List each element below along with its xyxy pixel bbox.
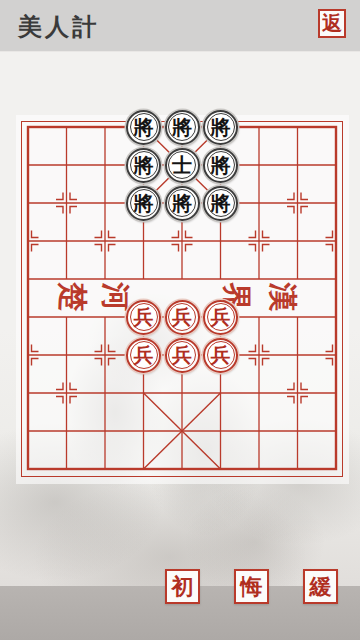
- piece-character: 士: [172, 155, 192, 175]
- piece-character: 將: [211, 155, 231, 175]
- piece-red-兵-r5c5[interactable]: 兵: [203, 300, 238, 335]
- piece-character: 將: [134, 155, 154, 175]
- piece-character: 將: [172, 117, 192, 137]
- piece-black-將-r1c3[interactable]: 將: [126, 148, 161, 183]
- piece-black-將-r2c5[interactable]: 將: [203, 186, 238, 221]
- back-button[interactable]: 返: [318, 9, 346, 38]
- page-title: 美人計: [18, 11, 99, 43]
- piece-character: 兵: [211, 345, 231, 365]
- piece-black-將-r2c4[interactable]: 將: [165, 186, 200, 221]
- piece-black-將-r0c5[interactable]: 將: [203, 110, 238, 145]
- piece-black-士-r1c4[interactable]: 士: [165, 148, 200, 183]
- restart-button[interactable]: 初: [165, 569, 200, 604]
- piece-red-兵-r6c4[interactable]: 兵: [165, 338, 200, 373]
- piece-character: 兵: [172, 307, 192, 327]
- piece-black-將-r0c4[interactable]: 將: [165, 110, 200, 145]
- piece-character: 兵: [134, 345, 154, 365]
- piece-character: 將: [134, 117, 154, 137]
- xiangqi-puzzle-screen: 美人計 返 楚 河 界 漢 將將將將士將將將將兵兵兵兵兵兵 初 悔 緩: [0, 0, 360, 640]
- piece-red-兵-r6c3[interactable]: 兵: [126, 338, 161, 373]
- header-bar: 美人計: [0, 0, 360, 52]
- piece-black-將-r0c3[interactable]: 將: [126, 110, 161, 145]
- hint-button[interactable]: 緩: [303, 569, 338, 604]
- piece-character: 將: [211, 193, 231, 213]
- river-text-han: 漢: [265, 279, 301, 315]
- undo-button[interactable]: 悔: [234, 569, 269, 604]
- piece-character: 將: [211, 117, 231, 137]
- piece-red-兵-r5c3[interactable]: 兵: [126, 300, 161, 335]
- piece-character: 兵: [211, 307, 231, 327]
- piece-black-將-r1c5[interactable]: 將: [203, 148, 238, 183]
- piece-character: 將: [172, 193, 192, 213]
- piece-red-兵-r6c5[interactable]: 兵: [203, 338, 238, 373]
- piece-character: 兵: [134, 307, 154, 327]
- piece-black-將-r2c3[interactable]: 將: [126, 186, 161, 221]
- piece-character: 兵: [172, 345, 192, 365]
- piece-character: 將: [134, 193, 154, 213]
- river-text-chu: 楚: [55, 279, 91, 315]
- piece-red-兵-r5c4[interactable]: 兵: [165, 300, 200, 335]
